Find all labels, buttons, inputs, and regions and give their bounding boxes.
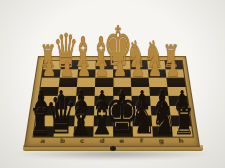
piece-black-rook[interactable]: ♜ — [173, 104, 195, 140]
piece-white-pawn[interactable]: ♟ — [166, 58, 180, 80]
piece-white-pawn[interactable]: ♟ — [148, 58, 162, 80]
piece-white-pawn[interactable]: ♟ — [77, 58, 91, 80]
board-clasp — [110, 146, 116, 151]
piece-white-pawn[interactable]: ♟ — [95, 58, 109, 80]
piece-white-pawn[interactable]: ♟ — [42, 58, 56, 80]
piece-white-pawn[interactable]: ♟ — [60, 58, 74, 80]
piece-white-pawn[interactable]: ♟ — [130, 58, 144, 80]
piece-white-pawn[interactable]: ♟ — [113, 58, 127, 80]
photo-backdrop: abcdefgh ♜♛♝♝♚♞♞♜♟♟♟♟♟♟♟♟♟♟♟♟♟♟♟♟♜♛♝♝♚♞♞… — [0, 0, 225, 168]
